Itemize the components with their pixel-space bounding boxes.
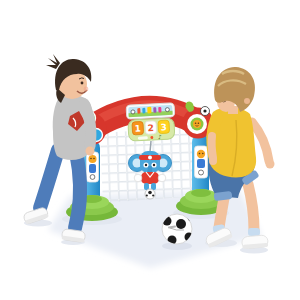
boy-front-arm <box>212 136 213 158</box>
boy-back-shoe <box>241 235 268 249</box>
elephant-shirt <box>141 172 159 184</box>
button-3-label: 3 <box>160 122 167 132</box>
girl-front-leg <box>40 150 58 208</box>
boy-back-sock <box>248 228 260 236</box>
boy-front-leg <box>219 198 224 228</box>
scene-canvas: 1 2 3 ♪ <box>0 0 300 300</box>
music-note-icon: ♪ <box>158 133 162 140</box>
monkey-face-icon <box>193 120 201 128</box>
boy-back-leg <box>248 184 254 230</box>
product-photo: 1 2 3 ♪ <box>0 0 300 300</box>
center-console: 1 2 3 ♪ <box>126 103 176 142</box>
boy-ear <box>244 98 250 104</box>
girl-hand <box>86 147 95 156</box>
display-ball-icon <box>131 110 135 114</box>
girl-back-leg <box>75 152 80 228</box>
button-2-label: 2 <box>147 123 154 133</box>
button-1-label: 1 <box>134 124 141 134</box>
girl-pigtail <box>46 54 60 69</box>
display-ball-icon <box>165 108 169 112</box>
